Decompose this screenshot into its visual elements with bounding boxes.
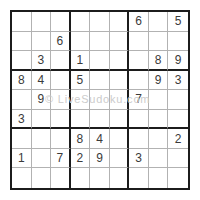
cell-r4c4[interactable]: 5	[71, 71, 91, 91]
cell-r9c4[interactable]	[71, 168, 91, 188]
cell-r2c5[interactable]	[90, 32, 110, 52]
cell-r3c5[interactable]	[90, 51, 110, 71]
cell-r7c8[interactable]	[149, 129, 169, 149]
cell-r3c4[interactable]: 1	[71, 51, 91, 71]
cell-r9c2[interactable]	[32, 168, 52, 188]
cell-r4c5[interactable]	[90, 71, 110, 91]
cell-r8c5[interactable]: 9	[90, 149, 110, 169]
cell-r6c1[interactable]: 3	[12, 110, 32, 130]
cell-r7c7[interactable]	[129, 129, 149, 149]
cell-r5c8[interactable]	[149, 90, 169, 110]
cell-r3c1[interactable]	[12, 51, 32, 71]
cell-r2c8[interactable]	[149, 32, 169, 52]
cell-r4c2[interactable]: 4	[32, 71, 52, 91]
cell-r1c7[interactable]: 6	[129, 12, 149, 32]
cell-r2c1[interactable]	[12, 32, 32, 52]
cell-r8c3[interactable]: 7	[51, 149, 71, 169]
cell-r8c2[interactable]	[32, 149, 52, 169]
cell-r4c7[interactable]	[129, 71, 149, 91]
cell-r1c2[interactable]	[32, 12, 52, 32]
cell-r5c5[interactable]	[90, 90, 110, 110]
cell-r5c9[interactable]	[168, 90, 188, 110]
cell-r4c8[interactable]: 9	[149, 71, 169, 91]
cell-r3c7[interactable]	[129, 51, 149, 71]
cell-r3c2[interactable]: 3	[32, 51, 52, 71]
cell-r2c6[interactable]	[110, 32, 130, 52]
cell-r9c6[interactable]	[110, 168, 130, 188]
page: { "game": "sudoku", "position": "......6…	[0, 0, 200, 200]
cell-r7c6[interactable]	[110, 129, 130, 149]
cell-r1c8[interactable]	[149, 12, 169, 32]
cell-r7c2[interactable]	[32, 129, 52, 149]
cell-r8c6[interactable]	[110, 149, 130, 169]
cell-r7c5[interactable]: 4	[90, 129, 110, 149]
cell-r7c4[interactable]: 8	[71, 129, 91, 149]
cell-r7c3[interactable]	[51, 129, 71, 149]
cell-r4c9[interactable]: 3	[168, 71, 188, 91]
sudoku-board: 65631898459397384217293	[10, 10, 190, 190]
cell-r9c1[interactable]	[12, 168, 32, 188]
cell-r7c1[interactable]	[12, 129, 32, 149]
cell-r5c6[interactable]	[110, 90, 130, 110]
cell-r6c2[interactable]	[32, 110, 52, 130]
cell-r1c9[interactable]: 5	[168, 12, 188, 32]
cell-r9c8[interactable]	[149, 168, 169, 188]
cell-r3c9[interactable]: 9	[168, 51, 188, 71]
cell-r2c4[interactable]	[71, 32, 91, 52]
cell-r2c9[interactable]	[168, 32, 188, 52]
cell-r6c4[interactable]	[71, 110, 91, 130]
cell-r5c2[interactable]: 9	[32, 90, 52, 110]
cell-r7c9[interactable]: 2	[168, 129, 188, 149]
cell-r3c8[interactable]: 8	[149, 51, 169, 71]
cell-r5c1[interactable]	[12, 90, 32, 110]
cell-r6c3[interactable]	[51, 110, 71, 130]
cell-r6c8[interactable]	[149, 110, 169, 130]
cell-r2c3[interactable]: 6	[51, 32, 71, 52]
cell-r5c3[interactable]	[51, 90, 71, 110]
cell-r9c5[interactable]	[90, 168, 110, 188]
cell-r8c1[interactable]: 1	[12, 149, 32, 169]
cell-r4c3[interactable]	[51, 71, 71, 91]
cell-r3c6[interactable]	[110, 51, 130, 71]
cell-r1c4[interactable]	[71, 12, 91, 32]
cell-r1c6[interactable]	[110, 12, 130, 32]
cell-r5c7[interactable]: 7	[129, 90, 149, 110]
cell-r9c9[interactable]	[168, 168, 188, 188]
cell-r8c8[interactable]	[149, 149, 169, 169]
cell-r1c1[interactable]	[12, 12, 32, 32]
cell-r8c7[interactable]: 3	[129, 149, 149, 169]
cell-r1c3[interactable]	[51, 12, 71, 32]
cell-r3c3[interactable]	[51, 51, 71, 71]
cell-r1c5[interactable]	[90, 12, 110, 32]
cell-r6c9[interactable]	[168, 110, 188, 130]
cell-r9c3[interactable]	[51, 168, 71, 188]
cell-r4c6[interactable]	[110, 71, 130, 91]
cell-r8c9[interactable]	[168, 149, 188, 169]
cell-r2c7[interactable]	[129, 32, 149, 52]
cell-r9c7[interactable]	[129, 168, 149, 188]
cell-r6c7[interactable]	[129, 110, 149, 130]
cell-r6c6[interactable]	[110, 110, 130, 130]
cell-r4c1[interactable]: 8	[12, 71, 32, 91]
cell-r8c4[interactable]: 2	[71, 149, 91, 169]
cell-r2c2[interactable]	[32, 32, 52, 52]
cell-r6c5[interactable]	[90, 110, 110, 130]
cell-r5c4[interactable]	[71, 90, 91, 110]
